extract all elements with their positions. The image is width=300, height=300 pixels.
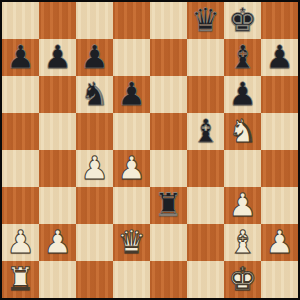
white-pawn[interactable]: ♟ (6, 224, 35, 261)
chess-board: ♛♚♟♟♟♝♟♞♟♟♝♞♟♟♜♟♟♟♛♝♟♜♚ (0, 0, 300, 300)
square-e4[interactable] (150, 150, 187, 187)
white-pawn[interactable]: ♟ (117, 150, 146, 187)
black-rook[interactable]: ♜ (154, 187, 183, 224)
square-b7[interactable]: ♟ (39, 39, 76, 76)
square-b2[interactable]: ♟ (39, 224, 76, 261)
square-h4[interactable] (261, 150, 298, 187)
white-pawn[interactable]: ♟ (80, 150, 109, 187)
square-e7[interactable] (150, 39, 187, 76)
square-g1[interactable]: ♚ (224, 261, 261, 298)
square-f5[interactable]: ♝ (187, 113, 224, 150)
black-queen[interactable]: ♛ (191, 2, 220, 39)
square-h2[interactable]: ♟ (261, 224, 298, 261)
square-d6[interactable]: ♟ (113, 76, 150, 113)
square-e8[interactable] (150, 2, 187, 39)
black-king[interactable]: ♚ (228, 2, 257, 39)
square-a1[interactable]: ♜ (2, 261, 39, 298)
square-h5[interactable] (261, 113, 298, 150)
square-h3[interactable] (261, 187, 298, 224)
square-c7[interactable]: ♟ (76, 39, 113, 76)
square-f8[interactable]: ♛ (187, 2, 224, 39)
square-a8[interactable] (2, 2, 39, 39)
black-pawn[interactable]: ♟ (228, 76, 257, 113)
white-pawn[interactable]: ♟ (228, 187, 257, 224)
square-d5[interactable] (113, 113, 150, 150)
square-e1[interactable] (150, 261, 187, 298)
white-knight[interactable]: ♞ (228, 113, 257, 150)
square-f7[interactable] (187, 39, 224, 76)
square-h8[interactable] (261, 2, 298, 39)
square-d3[interactable] (113, 187, 150, 224)
square-c5[interactable] (76, 113, 113, 150)
square-g7[interactable]: ♝ (224, 39, 261, 76)
square-c6[interactable]: ♞ (76, 76, 113, 113)
square-b5[interactable] (39, 113, 76, 150)
black-bishop[interactable]: ♝ (228, 39, 257, 76)
white-pawn[interactable]: ♟ (265, 224, 294, 261)
square-d8[interactable] (113, 2, 150, 39)
square-c1[interactable] (76, 261, 113, 298)
white-queen[interactable]: ♛ (117, 224, 146, 261)
square-g2[interactable]: ♝ (224, 224, 261, 261)
square-b6[interactable] (39, 76, 76, 113)
square-e5[interactable] (150, 113, 187, 150)
black-knight[interactable]: ♞ (80, 76, 109, 113)
square-b8[interactable] (39, 2, 76, 39)
square-d7[interactable] (113, 39, 150, 76)
square-d4[interactable]: ♟ (113, 150, 150, 187)
square-a2[interactable]: ♟ (2, 224, 39, 261)
square-f3[interactable] (187, 187, 224, 224)
square-b1[interactable] (39, 261, 76, 298)
black-pawn[interactable]: ♟ (265, 39, 294, 76)
black-pawn[interactable]: ♟ (117, 76, 146, 113)
square-a4[interactable] (2, 150, 39, 187)
square-c3[interactable] (76, 187, 113, 224)
square-h1[interactable] (261, 261, 298, 298)
white-pawn[interactable]: ♟ (43, 224, 72, 261)
square-g4[interactable] (224, 150, 261, 187)
square-d1[interactable] (113, 261, 150, 298)
square-b4[interactable] (39, 150, 76, 187)
square-e6[interactable] (150, 76, 187, 113)
square-d2[interactable]: ♛ (113, 224, 150, 261)
square-a7[interactable]: ♟ (2, 39, 39, 76)
black-pawn[interactable]: ♟ (6, 39, 35, 76)
square-e3[interactable]: ♜ (150, 187, 187, 224)
white-rook[interactable]: ♜ (6, 261, 35, 298)
square-e2[interactable] (150, 224, 187, 261)
square-f4[interactable] (187, 150, 224, 187)
black-pawn[interactable]: ♟ (43, 39, 72, 76)
square-f1[interactable] (187, 261, 224, 298)
square-a5[interactable] (2, 113, 39, 150)
square-h6[interactable] (261, 76, 298, 113)
square-g3[interactable]: ♟ (224, 187, 261, 224)
square-b3[interactable] (39, 187, 76, 224)
black-pawn[interactable]: ♟ (80, 39, 109, 76)
square-g5[interactable]: ♞ (224, 113, 261, 150)
square-h7[interactable]: ♟ (261, 39, 298, 76)
square-c4[interactable]: ♟ (76, 150, 113, 187)
square-a6[interactable] (2, 76, 39, 113)
square-c8[interactable] (76, 2, 113, 39)
white-king[interactable]: ♚ (228, 261, 257, 298)
square-f2[interactable] (187, 224, 224, 261)
white-bishop[interactable]: ♝ (228, 224, 257, 261)
black-bishop[interactable]: ♝ (191, 113, 220, 150)
square-f6[interactable] (187, 76, 224, 113)
square-g8[interactable]: ♚ (224, 2, 261, 39)
square-a3[interactable] (2, 187, 39, 224)
square-c2[interactable] (76, 224, 113, 261)
square-g6[interactable]: ♟ (224, 76, 261, 113)
